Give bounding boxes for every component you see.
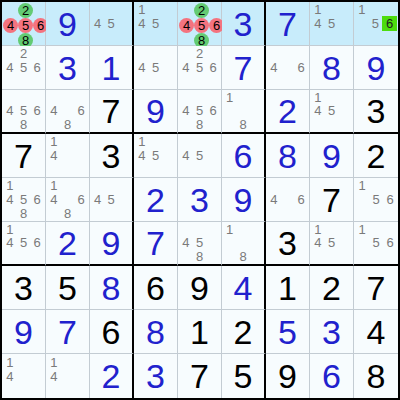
cell-r3c3[interactable]: 7 bbox=[90, 90, 134, 134]
candidate-empty bbox=[179, 162, 193, 176]
cell-value: 3 bbox=[190, 183, 209, 217]
cell-value: 1 bbox=[278, 271, 297, 305]
candidate-grid: 24568 bbox=[3, 3, 44, 44]
candidate-2: 2 bbox=[17, 47, 31, 61]
candidate-empty bbox=[179, 91, 193, 104]
candidate-empty bbox=[3, 3, 18, 18]
candidate-empty bbox=[3, 250, 17, 263]
candidate-4: 4 bbox=[267, 61, 281, 75]
candidate-empty bbox=[382, 31, 397, 44]
cell-value: 8 bbox=[367, 359, 386, 393]
candidate-6: 6 bbox=[30, 104, 44, 117]
candidate-8: 8 bbox=[193, 250, 207, 263]
candidate-5: 5 bbox=[193, 149, 207, 163]
candidate-empty bbox=[325, 250, 339, 263]
candidate-empty bbox=[74, 149, 88, 163]
cell-r8c9[interactable]: 4 bbox=[354, 310, 398, 354]
candidate-4: 4 bbox=[311, 236, 325, 249]
sudoku-board: 2456894514524568371451562456314524567468… bbox=[0, 0, 400, 400]
candidate-5: 5 bbox=[104, 193, 117, 207]
cell-r2c3[interactable]: 1 bbox=[90, 46, 134, 90]
candidate-empty bbox=[74, 118, 88, 131]
candidate-empty bbox=[91, 30, 104, 44]
candidate-empty bbox=[325, 223, 339, 236]
candidate-2-green-circle: 2 bbox=[194, 3, 209, 18]
candidate-empty bbox=[311, 250, 325, 263]
cell-r2c4[interactable]: 45 bbox=[134, 46, 178, 90]
candidate-5: 5 bbox=[149, 149, 163, 163]
candidate-empty bbox=[206, 74, 220, 88]
candidate-empty bbox=[3, 91, 17, 104]
candidate-1: 1 bbox=[47, 179, 61, 193]
candidate-empty bbox=[149, 135, 163, 149]
candidate-empty bbox=[338, 3, 352, 17]
candidate-empty bbox=[135, 30, 149, 44]
candidate-grid: 1468 bbox=[47, 179, 88, 220]
cell-value: 2 bbox=[58, 226, 77, 260]
candidate-empty bbox=[294, 179, 308, 193]
candidate-1: 1 bbox=[223, 91, 236, 104]
cell-r7c9[interactable]: 7 bbox=[354, 266, 398, 310]
candidate-6-green-square: 6 bbox=[382, 16, 397, 31]
candidate-empty bbox=[30, 250, 44, 263]
candidate-empty bbox=[355, 206, 369, 220]
cell-r6c4[interactable]: 7 bbox=[134, 222, 178, 266]
candidate-grid: 145 bbox=[311, 91, 352, 131]
cell-r3c6[interactable]: 18 bbox=[222, 90, 266, 134]
candidate-empty bbox=[17, 250, 31, 263]
candidate-grid: 2456 bbox=[179, 47, 220, 88]
cell-r5c6[interactable]: 9 bbox=[222, 178, 266, 222]
candidate-grid: 45 bbox=[91, 3, 131, 44]
candidate-empty bbox=[236, 236, 249, 249]
candidate-empty bbox=[294, 47, 308, 61]
cell-value: 3 bbox=[14, 271, 33, 305]
cell-r7c1[interactable]: 3 bbox=[2, 266, 46, 310]
cell-r6c2[interactable]: 2 bbox=[46, 222, 90, 266]
candidate-empty bbox=[17, 223, 31, 236]
candidate-6: 6 bbox=[383, 193, 397, 207]
candidate-1: 1 bbox=[3, 355, 17, 369]
candidate-empty bbox=[281, 47, 295, 61]
candidate-empty bbox=[179, 118, 193, 131]
candidate-grid: 145 bbox=[311, 3, 352, 44]
cell-r2c1[interactable]: 2456 bbox=[2, 46, 46, 90]
cell-value: 5 bbox=[58, 271, 77, 305]
cell-r7c8[interactable]: 2 bbox=[310, 266, 354, 310]
candidate-empty bbox=[236, 91, 249, 104]
cell-value: 7 bbox=[102, 94, 121, 128]
candidate-empty bbox=[250, 236, 263, 249]
cell-r7c3[interactable]: 8 bbox=[90, 266, 134, 310]
candidate-empty bbox=[193, 74, 207, 88]
candidate-empty bbox=[162, 3, 176, 17]
candidate-empty bbox=[30, 206, 44, 220]
candidate-5: 5 bbox=[17, 104, 31, 117]
candidate-empty bbox=[281, 61, 295, 75]
candidate-5: 5 bbox=[369, 16, 383, 31]
cell-r3c9[interactable]: 3 bbox=[354, 90, 398, 134]
cell-value: 9 bbox=[322, 139, 341, 173]
cell-r9c4[interactable]: 3 bbox=[134, 354, 178, 398]
candidate-empty bbox=[17, 91, 31, 104]
cell-value: 3 bbox=[367, 94, 386, 128]
cell-r6c3[interactable]: 9 bbox=[90, 222, 134, 266]
candidate-empty bbox=[30, 383, 44, 397]
candidate-empty bbox=[17, 369, 31, 383]
cell-r1c1[interactable]: 24568 bbox=[2, 2, 46, 46]
candidate-4: 4 bbox=[91, 17, 104, 31]
cell-r3c4[interactable]: 9 bbox=[134, 90, 178, 134]
cell-value: 9 bbox=[278, 359, 297, 393]
cell-r8c3[interactable]: 6 bbox=[90, 310, 134, 354]
cell-value: 6 bbox=[102, 315, 121, 349]
candidate-empty bbox=[17, 74, 31, 88]
cell-r4c2[interactable]: 14 bbox=[46, 134, 90, 178]
cell-r9c7[interactable]: 9 bbox=[266, 354, 310, 398]
candidate-empty bbox=[104, 3, 117, 17]
candidate-empty bbox=[383, 223, 397, 236]
candidate-empty bbox=[61, 369, 75, 383]
candidate-6: 6 bbox=[294, 61, 308, 75]
cell-r5c2[interactable]: 1468 bbox=[46, 178, 90, 222]
candidate-5: 5 bbox=[149, 61, 163, 75]
cell-r8c7[interactable]: 5 bbox=[266, 310, 310, 354]
candidate-1: 1 bbox=[47, 355, 61, 369]
candidate-4-red-circle: 4 bbox=[179, 18, 194, 33]
candidate-empty bbox=[223, 104, 236, 117]
cell-r7c5[interactable]: 9 bbox=[178, 266, 222, 310]
cell-r9c1[interactable]: 14 bbox=[2, 354, 46, 398]
cell-value: 3 bbox=[234, 7, 253, 41]
candidate-6: 6 bbox=[74, 193, 88, 207]
candidate-empty bbox=[250, 104, 263, 117]
candidate-empty bbox=[206, 250, 220, 263]
cell-value: 9 bbox=[234, 183, 253, 217]
candidate-empty bbox=[162, 17, 176, 31]
candidate-empty bbox=[118, 17, 131, 31]
candidate-empty bbox=[267, 206, 281, 220]
candidate-empty bbox=[118, 206, 131, 220]
candidate-5: 5 bbox=[193, 61, 207, 75]
candidate-grid: 45 bbox=[91, 179, 131, 220]
candidate-empty bbox=[355, 236, 369, 249]
cell-r8c8[interactable]: 3 bbox=[310, 310, 354, 354]
cell-r8c6[interactable]: 2 bbox=[222, 310, 266, 354]
candidate-grid: 156 bbox=[355, 179, 397, 220]
candidate-grid: 145 bbox=[311, 223, 352, 263]
candidate-5: 5 bbox=[149, 17, 163, 31]
candidate-empty bbox=[3, 206, 17, 220]
candidate-empty bbox=[294, 74, 308, 88]
candidate-empty bbox=[30, 47, 44, 61]
candidate-empty bbox=[281, 206, 295, 220]
candidate-empty bbox=[355, 31, 369, 44]
candidate-empty bbox=[338, 91, 352, 104]
candidate-grid: 156 bbox=[355, 223, 397, 263]
candidate-1: 1 bbox=[223, 223, 236, 236]
cell-r4c9[interactable]: 2 bbox=[354, 134, 398, 178]
cell-r1c6[interactable]: 3 bbox=[222, 2, 266, 46]
candidate-8: 8 bbox=[193, 118, 207, 131]
cell-r3c5[interactable]: 4568 bbox=[178, 90, 222, 134]
cell-r2c5[interactable]: 2456 bbox=[178, 46, 222, 90]
candidate-empty bbox=[61, 135, 75, 149]
candidate-empty bbox=[223, 250, 236, 263]
candidate-8: 8 bbox=[17, 118, 31, 131]
candidate-5: 5 bbox=[325, 17, 339, 31]
cell-value: 4 bbox=[367, 315, 386, 349]
cell-r9c5[interactable]: 7 bbox=[178, 354, 222, 398]
candidate-6: 6 bbox=[383, 236, 397, 249]
candidate-4: 4 bbox=[311, 104, 325, 117]
candidate-empty bbox=[206, 162, 220, 176]
candidate-empty bbox=[223, 236, 236, 249]
candidate-empty bbox=[382, 3, 397, 16]
candidate-4: 4 bbox=[91, 193, 104, 207]
candidate-empty bbox=[118, 3, 131, 17]
candidate-empty bbox=[369, 3, 383, 16]
candidate-empty bbox=[162, 162, 176, 176]
candidate-empty bbox=[325, 118, 339, 131]
candidate-6: 6 bbox=[206, 104, 220, 117]
candidate-grid: 4568 bbox=[3, 91, 44, 131]
candidate-4: 4 bbox=[135, 149, 149, 163]
candidate-empty bbox=[383, 179, 397, 193]
candidate-empty bbox=[47, 91, 61, 104]
candidate-grid: 14 bbox=[3, 355, 44, 397]
candidate-empty bbox=[383, 250, 397, 263]
cell-value: 2 bbox=[322, 271, 341, 305]
candidate-empty bbox=[179, 3, 194, 18]
cell-r6c6[interactable]: 18 bbox=[222, 222, 266, 266]
candidate-empty bbox=[61, 383, 75, 397]
candidate-empty bbox=[149, 74, 163, 88]
candidate-empty bbox=[30, 223, 44, 236]
candidate-4: 4 bbox=[47, 104, 61, 117]
candidate-empty bbox=[193, 162, 207, 176]
candidate-empty bbox=[61, 355, 75, 369]
candidate-8: 8 bbox=[236, 118, 249, 131]
candidate-empty bbox=[179, 250, 193, 263]
cell-r7c7[interactable]: 1 bbox=[266, 266, 310, 310]
candidate-grid: 14568 bbox=[3, 179, 44, 220]
candidate-5-red-circle: 5 bbox=[194, 18, 209, 33]
candidate-empty bbox=[74, 383, 88, 397]
candidate-empty bbox=[369, 250, 383, 263]
candidate-grid: 46 bbox=[267, 47, 308, 88]
candidate-4: 4 bbox=[3, 236, 17, 249]
candidate-4: 4 bbox=[135, 17, 149, 31]
cell-r5c3[interactable]: 45 bbox=[90, 178, 134, 222]
candidate-empty bbox=[135, 47, 149, 61]
cell-value: 9 bbox=[102, 226, 121, 260]
candidate-1: 1 bbox=[311, 223, 325, 236]
cell-r4c8[interactable]: 9 bbox=[310, 134, 354, 178]
cell-r4c3[interactable]: 3 bbox=[90, 134, 134, 178]
cell-value: 5 bbox=[234, 359, 253, 393]
cell-r1c9[interactable]: 156 bbox=[354, 2, 398, 46]
cell-r6c7[interactable]: 3 bbox=[266, 222, 310, 266]
cell-value: 7 bbox=[278, 7, 297, 41]
candidate-4: 4 bbox=[3, 104, 17, 117]
cell-r5c8[interactable]: 7 bbox=[310, 178, 354, 222]
candidate-empty bbox=[47, 118, 61, 131]
cell-r5c9[interactable]: 156 bbox=[354, 178, 398, 222]
cell-r5c1[interactable]: 14568 bbox=[2, 178, 46, 222]
candidate-1: 1 bbox=[3, 179, 17, 193]
candidate-empty bbox=[47, 206, 61, 220]
cell-value: 7 bbox=[14, 139, 33, 173]
candidate-empty bbox=[369, 223, 383, 236]
candidate-4: 4 bbox=[179, 149, 193, 163]
cell-r8c5[interactable]: 1 bbox=[178, 310, 222, 354]
cell-r2c8[interactable]: 8 bbox=[310, 46, 354, 90]
cell-value: 8 bbox=[102, 271, 121, 305]
cell-r2c7[interactable]: 46 bbox=[266, 46, 310, 90]
cell-r2c2[interactable]: 3 bbox=[46, 46, 90, 90]
candidate-4: 4 bbox=[267, 193, 281, 207]
cell-value: 7 bbox=[58, 315, 77, 349]
candidate-empty bbox=[281, 193, 295, 207]
cell-value: 9 bbox=[14, 315, 33, 349]
cell-r7c4[interactable]: 6 bbox=[134, 266, 178, 310]
candidate-grid: 1456 bbox=[3, 223, 44, 263]
candidate-empty bbox=[281, 179, 295, 193]
candidate-4: 4 bbox=[179, 236, 193, 249]
cell-r4c4[interactable]: 145 bbox=[134, 134, 178, 178]
cell-r5c4[interactable]: 2 bbox=[134, 178, 178, 222]
candidate-6: 6 bbox=[74, 104, 88, 117]
candidate-grid: 14 bbox=[47, 355, 88, 397]
candidate-5: 5 bbox=[17, 193, 31, 207]
cell-r9c8[interactable]: 6 bbox=[310, 354, 354, 398]
cell-r2c6[interactable]: 7 bbox=[222, 46, 266, 90]
candidate-4: 4 bbox=[47, 149, 61, 163]
cell-r1c8[interactable]: 145 bbox=[310, 2, 354, 46]
candidate-empty bbox=[3, 383, 17, 397]
cell-r7c6[interactable]: 4 bbox=[222, 266, 266, 310]
candidate-5: 5 bbox=[193, 104, 207, 117]
candidate-empty bbox=[236, 104, 249, 117]
cell-r6c5[interactable]: 458 bbox=[178, 222, 222, 266]
candidate-5: 5 bbox=[104, 17, 117, 31]
cell-r9c6[interactable]: 5 bbox=[222, 354, 266, 398]
cell-r3c7[interactable]: 2 bbox=[266, 90, 310, 134]
candidate-empty bbox=[250, 250, 263, 263]
candidate-4: 4 bbox=[47, 369, 61, 383]
cell-r1c3[interactable]: 45 bbox=[90, 2, 134, 46]
cell-r1c7[interactable]: 7 bbox=[266, 2, 310, 46]
cell-r4c6[interactable]: 6 bbox=[222, 134, 266, 178]
candidate-empty bbox=[338, 118, 352, 131]
candidate-empty bbox=[267, 74, 281, 88]
cell-r8c2[interactable]: 7 bbox=[46, 310, 90, 354]
cell-r4c1[interactable]: 7 bbox=[2, 134, 46, 178]
cell-value: 5 bbox=[278, 315, 297, 349]
cell-r3c8[interactable]: 145 bbox=[310, 90, 354, 134]
cell-r5c7[interactable]: 46 bbox=[266, 178, 310, 222]
candidate-empty bbox=[338, 104, 352, 117]
candidate-empty bbox=[250, 223, 263, 236]
cell-r8c4[interactable]: 8 bbox=[134, 310, 178, 354]
candidate-empty bbox=[17, 355, 31, 369]
candidate-empty bbox=[162, 61, 176, 75]
cell-r7c2[interactable]: 5 bbox=[46, 266, 90, 310]
candidate-empty bbox=[3, 118, 17, 131]
candidate-empty bbox=[118, 179, 131, 193]
candidate-empty bbox=[338, 223, 352, 236]
candidate-empty bbox=[294, 206, 308, 220]
candidate-empty bbox=[206, 118, 220, 131]
cell-r2c9[interactable]: 9 bbox=[354, 46, 398, 90]
cell-r9c2[interactable]: 14 bbox=[46, 354, 90, 398]
candidate-8: 8 bbox=[17, 206, 31, 220]
cell-r1c2[interactable]: 9 bbox=[46, 2, 90, 46]
candidate-grid: 18 bbox=[223, 91, 263, 131]
candidate-empty bbox=[369, 31, 383, 44]
cell-r8c1[interactable]: 9 bbox=[2, 310, 46, 354]
cell-value: 7 bbox=[234, 51, 253, 85]
cell-r5c5[interactable]: 3 bbox=[178, 178, 222, 222]
candidate-empty bbox=[104, 30, 117, 44]
cell-r4c5[interactable]: 45 bbox=[178, 134, 222, 178]
candidate-4: 4 bbox=[179, 61, 193, 75]
candidate-empty bbox=[179, 223, 193, 236]
candidate-empty bbox=[74, 206, 88, 220]
candidate-2-green-circle: 2 bbox=[18, 3, 33, 18]
candidate-empty bbox=[325, 3, 339, 17]
cell-r4c7[interactable]: 8 bbox=[266, 134, 310, 178]
cell-r6c9[interactable]: 156 bbox=[354, 222, 398, 266]
candidate-1: 1 bbox=[47, 135, 61, 149]
candidate-empty bbox=[206, 236, 220, 249]
candidate-empty bbox=[118, 193, 131, 207]
candidate-empty bbox=[206, 223, 220, 236]
candidate-grid: 468 bbox=[47, 91, 88, 131]
cell-r1c5[interactable]: 24568 bbox=[178, 2, 222, 46]
candidate-empty bbox=[61, 162, 75, 176]
cell-value: 7 bbox=[367, 271, 386, 305]
candidate-8: 8 bbox=[61, 206, 75, 220]
candidate-empty bbox=[61, 91, 75, 104]
candidate-4: 4 bbox=[3, 61, 17, 75]
cell-r9c9[interactable]: 8 bbox=[354, 354, 398, 398]
candidate-empty bbox=[74, 355, 88, 369]
candidate-1: 1 bbox=[355, 3, 369, 16]
candidate-empty bbox=[325, 30, 339, 44]
cell-r9c3[interactable]: 2 bbox=[90, 354, 134, 398]
cell-r6c1[interactable]: 1456 bbox=[2, 222, 46, 266]
candidate-empty bbox=[250, 91, 263, 104]
candidate-empty bbox=[17, 179, 31, 193]
candidate-6: 6 bbox=[30, 193, 44, 207]
candidate-empty bbox=[206, 91, 220, 104]
candidate-5: 5 bbox=[369, 193, 383, 207]
cell-r3c2[interactable]: 468 bbox=[46, 90, 90, 134]
cell-value: 3 bbox=[278, 226, 297, 260]
candidate-empty bbox=[162, 135, 176, 149]
cell-value: 8 bbox=[322, 51, 341, 85]
cell-r3c1[interactable]: 4568 bbox=[2, 90, 46, 134]
cell-value: 8 bbox=[278, 139, 297, 173]
candidate-empty bbox=[61, 179, 75, 193]
cell-value: 7 bbox=[146, 226, 165, 260]
candidate-empty bbox=[104, 179, 117, 193]
cell-value: 6 bbox=[322, 359, 341, 393]
cell-r6c8[interactable]: 145 bbox=[310, 222, 354, 266]
cell-r1c4[interactable]: 145 bbox=[134, 2, 178, 46]
